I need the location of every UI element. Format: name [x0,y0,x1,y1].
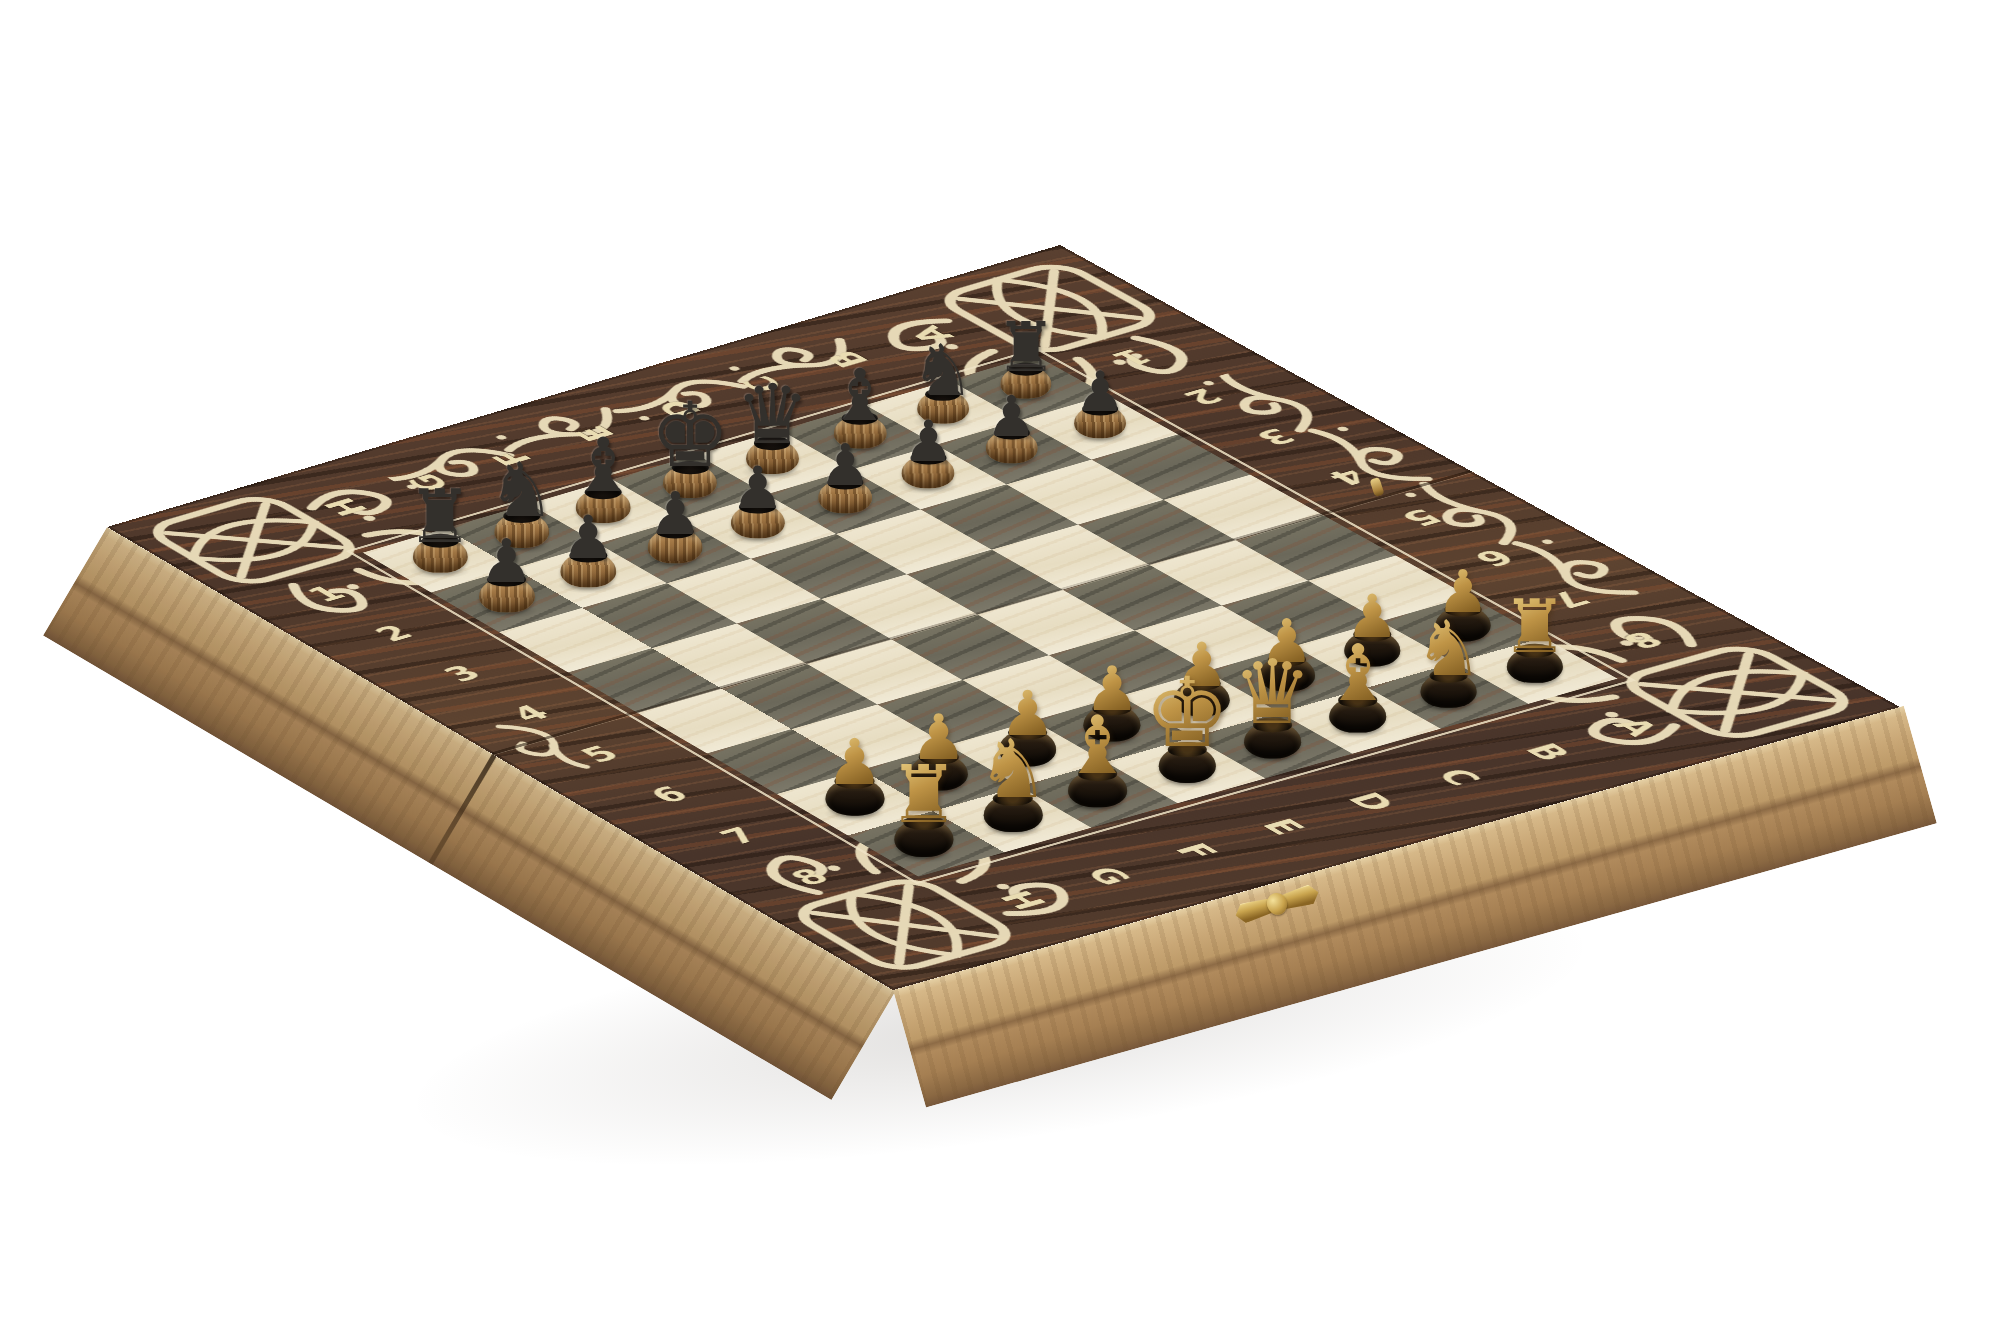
knight-glyph-icon: ♞ [911,337,975,405]
knight-glyph-icon: ♞ [1414,613,1483,686]
queen-glyph-icon: ♛ [1233,650,1313,735]
bishop-glyph-icon: ♝ [1062,708,1134,784]
knight-glyph-icon: ♞ [977,731,1050,808]
knight-glyph-icon: ♞ [488,455,555,526]
piece-black-pawn: ♟ [648,486,703,564]
bishop-glyph-icon: ♝ [570,432,637,503]
pawn-glyph-icon: ♟ [732,462,784,517]
piece-black-pawn: ♟ [819,438,873,514]
rook-glyph-icon: ♜ [407,480,473,550]
piece-gold-king: ♚ [1144,668,1230,783]
piece-black-pawn: ♟ [561,509,616,587]
pawn-glyph-icon: ♟ [1075,366,1125,419]
pawn-glyph-icon: ♟ [986,390,1037,444]
piece-black-pawn: ♟ [731,462,785,539]
piece-gold-knight: ♞ [1414,613,1483,708]
rook-glyph-icon: ♜ [888,757,959,833]
product-photo: 1122334455667788AABBCCDDEEFFGGHH ♜♞♝♛♚♝♞… [0,0,2000,1334]
piece-gold-bishop: ♝ [1062,708,1134,808]
king-glyph-icon: ♚ [650,393,730,478]
pawn-glyph-icon: ♟ [819,438,871,493]
piece-black-rook: ♜ [407,480,473,572]
bishop-glyph-icon: ♝ [1323,637,1393,711]
pawn-glyph-icon: ♟ [480,533,534,590]
piece-gold-pawn: ♟ [825,731,884,815]
piece-gold-queen: ♛ [1233,650,1313,758]
pawn-glyph-icon: ♟ [826,731,883,791]
pieces-layer: ♜♞♝♛♚♝♞♜♟♟♟♟♟♟♟♟♟♟♟♟♟♟♟♟♜♞♝♛♚♝♞♜ [0,0,2000,1334]
piece-black-pawn: ♟ [1074,366,1126,439]
piece-gold-rook: ♜ [888,757,959,857]
queen-glyph-icon: ♛ [735,375,809,453]
piece-black-pawn: ♟ [985,390,1037,464]
bishop-glyph-icon: ♝ [828,361,892,429]
pawn-glyph-icon: ♟ [649,486,702,542]
rook-glyph-icon: ♜ [995,315,1056,380]
piece-gold-knight: ♞ [977,731,1050,832]
pawn-glyph-icon: ♟ [562,509,615,566]
piece-gold-rook: ♜ [1502,591,1568,683]
king-glyph-icon: ♚ [1144,668,1230,760]
piece-black-pawn: ♟ [479,533,535,612]
pawn-glyph-icon: ♟ [903,414,954,468]
piece-black-pawn: ♟ [902,414,955,489]
piece-gold-bishop: ♝ [1323,637,1393,733]
rook-glyph-icon: ♜ [1502,591,1568,661]
